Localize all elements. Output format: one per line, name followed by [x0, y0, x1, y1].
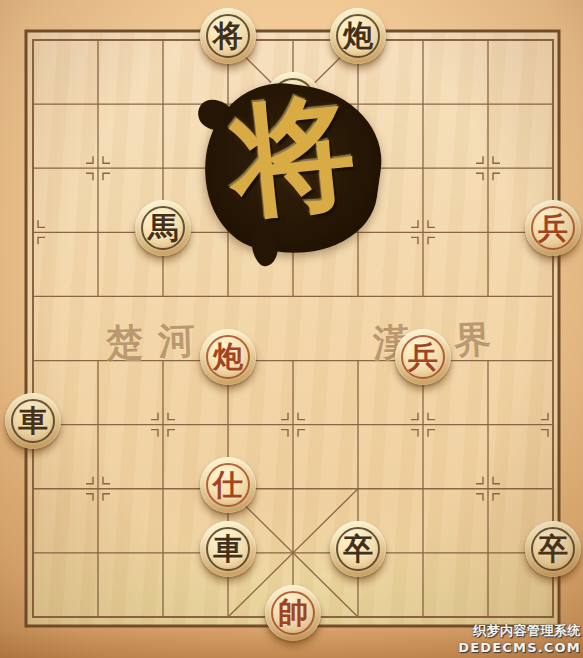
piece-glyph: 炮	[343, 21, 373, 51]
piece-red-soldier-1[interactable]: 兵	[525, 200, 581, 256]
piece-black-cannon[interactable]: 炮	[330, 8, 386, 64]
river-label-left: 楚河	[105, 315, 211, 369]
piece-glyph: 車	[213, 534, 243, 564]
piece-black-general[interactable]: 将	[200, 8, 256, 64]
piece-black-advisor[interactable]: 士	[265, 72, 321, 128]
piece-red-advisor[interactable]: 仕	[200, 457, 256, 513]
piece-black-soldier-2[interactable]: 卒	[525, 521, 581, 577]
piece-glyph: 兵	[538, 213, 568, 243]
piece-glyph: 将	[213, 21, 243, 51]
piece-red-cannon[interactable]: 炮	[200, 329, 256, 385]
piece-black-soldier-1[interactable]: 卒	[330, 521, 386, 577]
piece-glyph: 馬	[148, 213, 178, 243]
piece-glyph: 卒	[343, 534, 373, 564]
watermark: 织梦内容管理系统 DEDECMS.COM	[458, 622, 581, 655]
piece-black-horse[interactable]: 馬	[135, 200, 191, 256]
piece-glyph: 士	[278, 85, 308, 115]
watermark-line1: 织梦内容管理系统	[458, 622, 581, 640]
piece-glyph: 仕	[213, 470, 243, 500]
piece-black-chariot-2[interactable]: 車	[200, 521, 256, 577]
xiangqi-app-screen: 楚河 漢界 将炮士馬兵炮兵車仕車卒卒帥 将 织梦内容管理系统 DEDECMS.C…	[0, 0, 583, 658]
piece-black-chariot-1[interactable]: 車	[5, 393, 61, 449]
piece-red-general[interactable]: 帥	[265, 585, 321, 641]
piece-glyph: 帥	[278, 598, 308, 628]
piece-glyph: 兵	[408, 342, 438, 372]
piece-glyph: 卒	[538, 534, 568, 564]
piece-red-soldier-2[interactable]: 兵	[395, 329, 451, 385]
watermark-line2: DEDECMS.COM	[458, 640, 581, 655]
piece-glyph: 炮	[213, 342, 243, 372]
piece-glyph: 車	[18, 406, 48, 436]
